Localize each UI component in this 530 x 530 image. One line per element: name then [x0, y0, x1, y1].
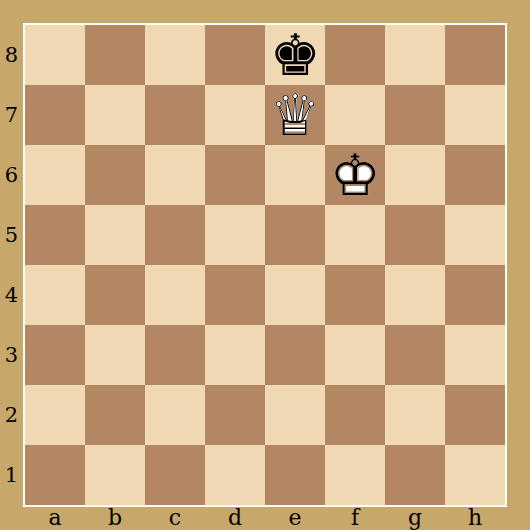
- square-a4[interactable]: [25, 265, 85, 325]
- square-d8[interactable]: [205, 25, 265, 85]
- file-label-f: f: [325, 505, 385, 530]
- square-f8[interactable]: [325, 25, 385, 85]
- square-a5[interactable]: [25, 205, 85, 265]
- rank-label-4: 4: [0, 265, 23, 325]
- chess-diagram: ♚♛♕♚♔ 87654321 abcdefgh: [0, 0, 530, 530]
- square-h5[interactable]: [445, 205, 505, 265]
- square-g3[interactable]: [385, 325, 445, 385]
- square-b3[interactable]: [85, 325, 145, 385]
- square-b8[interactable]: [85, 25, 145, 85]
- square-d3[interactable]: [205, 325, 265, 385]
- square-e7[interactable]: ♛♕: [265, 85, 325, 145]
- square-a1[interactable]: [25, 445, 85, 505]
- square-d7[interactable]: [205, 85, 265, 145]
- square-c3[interactable]: [145, 325, 205, 385]
- piece-white-king[interactable]: ♚♔: [325, 145, 385, 205]
- square-d2[interactable]: [205, 385, 265, 445]
- piece-white-queen[interactable]: ♛♕: [265, 85, 325, 145]
- square-c5[interactable]: [145, 205, 205, 265]
- square-e4[interactable]: [265, 265, 325, 325]
- rank-label-6: 6: [0, 145, 23, 205]
- square-e2[interactable]: [265, 385, 325, 445]
- square-h8[interactable]: [445, 25, 505, 85]
- square-f2[interactable]: [325, 385, 385, 445]
- file-label-d: d: [205, 505, 265, 530]
- square-g8[interactable]: [385, 25, 445, 85]
- rank-label-5: 5: [0, 205, 23, 265]
- board: ♚♛♕♚♔: [23, 23, 507, 507]
- square-h4[interactable]: [445, 265, 505, 325]
- square-a3[interactable]: [25, 325, 85, 385]
- square-a6[interactable]: [25, 145, 85, 205]
- rank-label-8: 8: [0, 25, 23, 85]
- square-e1[interactable]: [265, 445, 325, 505]
- square-b4[interactable]: [85, 265, 145, 325]
- square-c4[interactable]: [145, 265, 205, 325]
- square-e8[interactable]: ♚: [265, 25, 325, 85]
- file-label-g: g: [385, 505, 445, 530]
- square-c7[interactable]: [145, 85, 205, 145]
- square-e6[interactable]: [265, 145, 325, 205]
- square-f5[interactable]: [325, 205, 385, 265]
- rank-label-1: 1: [0, 445, 23, 505]
- square-h2[interactable]: [445, 385, 505, 445]
- piece-glyph: ♚: [265, 25, 325, 85]
- rank-label-7: 7: [0, 85, 23, 145]
- square-e3[interactable]: [265, 325, 325, 385]
- square-f1[interactable]: [325, 445, 385, 505]
- square-h3[interactable]: [445, 325, 505, 385]
- square-b1[interactable]: [85, 445, 145, 505]
- piece-glyph: ♔: [325, 145, 385, 205]
- square-d5[interactable]: [205, 205, 265, 265]
- square-f4[interactable]: [325, 265, 385, 325]
- square-g7[interactable]: [385, 85, 445, 145]
- square-c1[interactable]: [145, 445, 205, 505]
- square-e5[interactable]: [265, 205, 325, 265]
- file-label-c: c: [145, 505, 205, 530]
- square-d1[interactable]: [205, 445, 265, 505]
- square-a2[interactable]: [25, 385, 85, 445]
- piece-black-king[interactable]: ♚: [265, 25, 325, 85]
- square-d4[interactable]: [205, 265, 265, 325]
- square-f7[interactable]: [325, 85, 385, 145]
- file-label-e: e: [265, 505, 325, 530]
- file-label-b: b: [85, 505, 145, 530]
- square-f3[interactable]: [325, 325, 385, 385]
- square-h7[interactable]: [445, 85, 505, 145]
- square-b6[interactable]: [85, 145, 145, 205]
- square-b2[interactable]: [85, 385, 145, 445]
- square-g5[interactable]: [385, 205, 445, 265]
- square-h6[interactable]: [445, 145, 505, 205]
- rank-labels: 87654321: [0, 25, 23, 505]
- square-d6[interactable]: [205, 145, 265, 205]
- square-g2[interactable]: [385, 385, 445, 445]
- square-h1[interactable]: [445, 445, 505, 505]
- square-b7[interactable]: [85, 85, 145, 145]
- square-g6[interactable]: [385, 145, 445, 205]
- piece-glyph: ♕: [265, 85, 325, 145]
- square-c8[interactable]: [145, 25, 205, 85]
- rank-label-2: 2: [0, 385, 23, 445]
- square-g4[interactable]: [385, 265, 445, 325]
- square-c6[interactable]: [145, 145, 205, 205]
- rank-label-3: 3: [0, 325, 23, 385]
- square-a7[interactable]: [25, 85, 85, 145]
- file-labels: abcdefgh: [25, 505, 505, 530]
- square-b5[interactable]: [85, 205, 145, 265]
- square-g1[interactable]: [385, 445, 445, 505]
- square-f6[interactable]: ♚♔: [325, 145, 385, 205]
- square-c2[interactable]: [145, 385, 205, 445]
- file-label-h: h: [445, 505, 505, 530]
- file-label-a: a: [25, 505, 85, 530]
- square-a8[interactable]: [25, 25, 85, 85]
